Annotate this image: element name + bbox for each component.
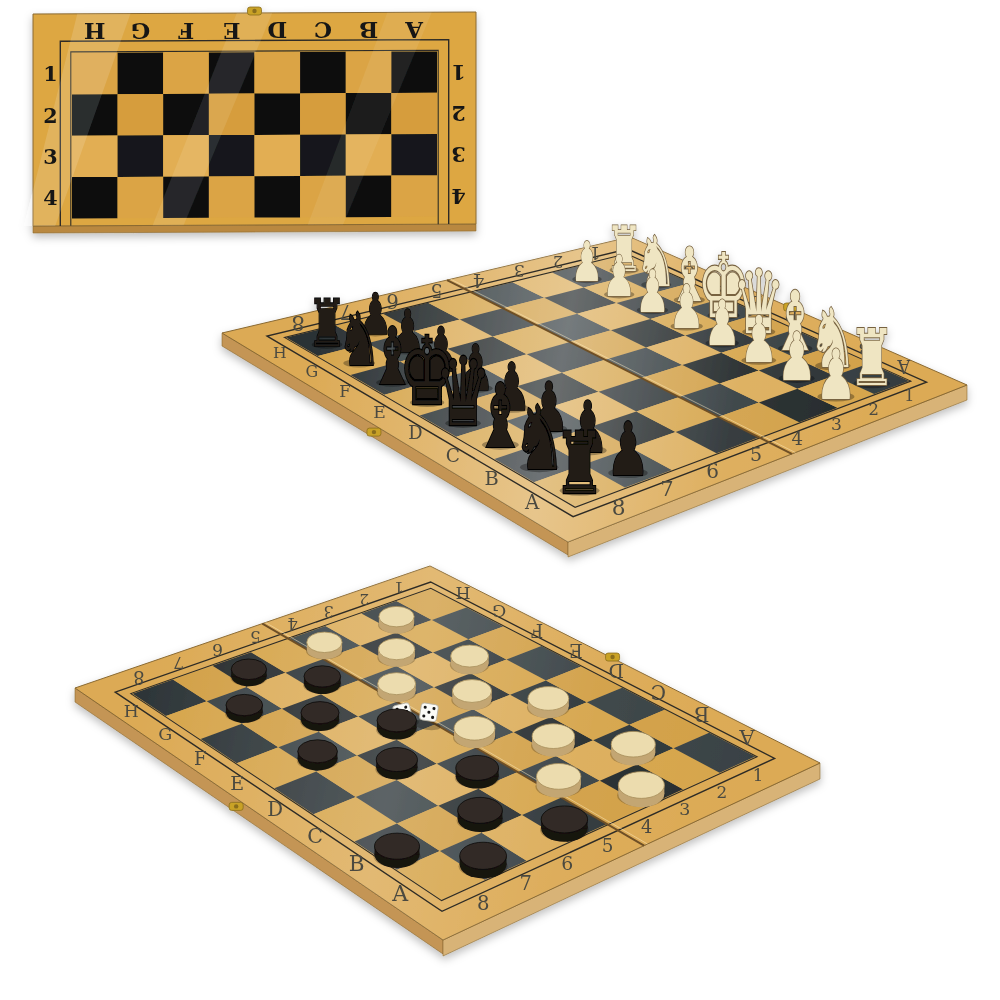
checkers-board-piece-white-checker-g3: [377, 639, 415, 667]
closed-box-label-3-left: 3: [43, 145, 57, 169]
checkers-board-label-4-left: 4: [287, 614, 297, 633]
checkers-board-label-6-left: 6: [212, 640, 223, 660]
chess-board-piece-white-pawn-f2: ♟: [635, 258, 670, 326]
chess-board-piece-white-pawn-a2: ♟: [815, 334, 857, 415]
checkers-board-label-4-right: 4: [641, 816, 652, 837]
checkers-board-piece-black-checker-e7: [297, 740, 339, 771]
checkers-board-piece-white-checker-f2: [450, 645, 490, 674]
checkers-board-label-7-right: 7: [520, 872, 532, 895]
checkers-board-piece-white-checker-h4: [306, 632, 343, 659]
closed-box-square-a4: [391, 175, 437, 217]
checkers-board-piece-black-checker-d6: [375, 748, 418, 780]
chess-board-label-A-bottom: A: [896, 356, 911, 377]
closed-box-label-1-right: 1: [451, 60, 465, 84]
checkers-board-piece-black-checker-g5: [303, 666, 341, 694]
checkers-board-label-E-bottom: E: [569, 640, 583, 661]
checkers-board-piece-black-checker-b6: [457, 797, 504, 832]
checkers-board-piece-white-checker-b4: [535, 764, 582, 798]
checkers-board-label-G-bottom: G: [492, 601, 506, 621]
chess-board-label-1-right: 1: [904, 386, 914, 405]
closed-box-label-2-right: 2: [451, 101, 465, 125]
checkers-board-label-C-top: C: [307, 824, 323, 848]
chess-board-label-C-top: C: [446, 445, 460, 466]
closed-box-square-e4: [209, 176, 255, 218]
chess-board-piece-white-pawn-g2: ♟: [602, 243, 636, 309]
chess-board: HGFEDCBAHGFEDCBA8765432187654321♜♟♞♟♝♟♚♟…: [222, 214, 967, 557]
checkers-board: HGFEDCBAHGFEDCBA8765432187654321: [75, 566, 820, 956]
checkers-board-label-8-right: 8: [477, 892, 490, 915]
checkers-board-label-2-left: 2: [359, 590, 369, 608]
checkers-board-label-F-top: F: [194, 748, 207, 769]
checkers-board-clasp-icon: [229, 802, 243, 810]
closed-box-square-d3: [255, 135, 301, 177]
closed-box-clasp-icon: [248, 7, 262, 15]
checkers-board-label-A-bottom: A: [739, 725, 756, 750]
checkers-board-piece-black-checker-a5: [540, 806, 589, 842]
closed-box-square-d4: [255, 176, 301, 218]
chess-board-label-5-right: 5: [750, 443, 762, 465]
checkers-board-label-5-right: 5: [602, 835, 614, 856]
closed-box-label-4-right: 4: [451, 184, 465, 208]
closed-box-square-g3: [118, 135, 164, 177]
checkers-board-piece-white-checker-b2: [610, 731, 656, 765]
checkers-board-label-D-top: D: [267, 798, 283, 821]
checkers-board-label-A-top: A: [391, 881, 409, 906]
chess-board-label-6-right: 6: [706, 459, 719, 483]
chess-board-label-7-right: 7: [660, 476, 673, 501]
chess-board-label-8-left: 8: [291, 311, 304, 335]
checkers-board-label-3-left: 3: [324, 602, 334, 621]
chess-board-label-E-top: E: [373, 402, 386, 422]
product-photo: HGFEDCBA12341234HGFEDCBAHGFEDCBA87654321…: [0, 0, 1000, 1000]
checkers-board-piece-white-checker-f4: [377, 673, 417, 702]
checkers-board-piece-black-checker-g7: [225, 694, 264, 722]
checkers-board-label-H-bottom: H: [456, 583, 471, 603]
closed-box-label-D-top: D: [267, 17, 287, 43]
checkers-board-piece-white-checker-c3: [531, 724, 576, 757]
chess-board-label-3-right: 3: [831, 414, 842, 434]
closed-box-square-g1: [118, 53, 164, 95]
checkers-board-label-2-right: 2: [717, 782, 728, 802]
checkers-board-label-C-bottom: C: [651, 680, 666, 704]
checkers-board-label-B-bottom: B: [694, 702, 709, 726]
checkers-board-label-E-top: E: [230, 772, 244, 794]
closed-box-square-c2: [300, 93, 346, 135]
checkers-board-label-8-left: 8: [133, 667, 144, 687]
checkers-board-piece-white-checker-h2: [378, 606, 415, 633]
closed-box-square-a2: [391, 93, 437, 135]
checkers-board-sheen: [75, 566, 820, 940]
checkers-board-label-1-left: 1: [394, 578, 404, 596]
checkers-board-label-7-left: 7: [173, 653, 184, 673]
closed-box: HGFEDCBA12341234: [24, 7, 476, 233]
checkers-board-piece-black-checker-e5: [376, 709, 418, 740]
checkers-board-label-5-left: 5: [250, 627, 261, 647]
chess-board-label-A-top: A: [524, 491, 540, 514]
chess-board-label-4-right: 4: [791, 428, 803, 449]
checkers-board-piece-black-checker-h6: [230, 659, 267, 686]
chess-board-piece-white-pawn-b2: ♟: [777, 318, 817, 396]
closed-box-label-4-left: 4: [43, 186, 57, 210]
closed-box-label-E-top: E: [223, 18, 240, 44]
closed-box-square-d2: [255, 93, 301, 134]
chess-board-piece-black-pawn-a7: ♟: [606, 407, 650, 493]
scene-canvas: HGFEDCBA12341234HGFEDCBAHGFEDCBA87654321…: [0, 0, 1000, 1000]
chess-board-label-4-left: 4: [473, 270, 484, 291]
closed-box-square-g2: [118, 94, 164, 136]
checkers-board-piece-white-checker-e3: [451, 680, 492, 710]
checkers-board-clasp-icon: [606, 653, 620, 661]
closed-box-square-h4: [72, 177, 118, 219]
checkers-board-piece-white-checker-d4: [453, 716, 496, 748]
chess-board-label-F-top: F: [339, 382, 351, 401]
chess-board-label-5-left: 5: [431, 280, 443, 301]
closed-box-label-1-left: 1: [43, 62, 57, 86]
checkers-board-piece-white-checker-a3: [617, 772, 665, 808]
closed-box-label-3-right: 3: [451, 142, 465, 166]
checkers-board-piece-black-checker-f6: [300, 702, 340, 731]
closed-box-square-c1: [300, 52, 346, 94]
chess-board-label-3-left: 3: [514, 261, 525, 281]
closed-box-label-B-top: B: [359, 17, 378, 43]
closed-box-square-g4: [118, 177, 164, 219]
checkers-board-label-D-bottom: D: [609, 659, 625, 682]
chess-board-label-H-top: H: [273, 343, 287, 362]
checkers-board-label-G-top: G: [158, 724, 172, 744]
chess-board-piece-white-pawn-d2: ♟: [703, 287, 740, 360]
chess-board-piece-white-pawn-e2: ♟: [669, 271, 705, 342]
closed-box-label-C-top: C: [314, 17, 332, 43]
closed-box-label-2-left: 2: [43, 104, 57, 128]
checkers-board-piece-white-checker-d2: [527, 687, 570, 719]
checkers-board-piece-black-checker-c5: [455, 756, 500, 789]
closed-box-label-A-top: A: [405, 17, 424, 43]
checkers-board-label-H-top: H: [124, 701, 139, 721]
closed-box-label-F-top: F: [178, 18, 194, 44]
chess-board-clasp-icon: [367, 428, 381, 436]
checkers-board-label-1-right: 1: [753, 765, 764, 785]
closed-box-square-a3: [391, 134, 437, 176]
checkers-board-piece-black-checker-a7: [459, 842, 508, 878]
closed-box-square-f1: [163, 52, 209, 94]
chess-board-label-2-left: 2: [553, 252, 563, 271]
checkers-board-label-B-top: B: [349, 851, 365, 876]
closed-box-label-H-top: H: [84, 18, 106, 44]
closed-box-label-G-top: G: [131, 18, 150, 44]
closed-box-square-d1: [255, 52, 301, 94]
checkers-board-piece-black-checker-b8: [373, 833, 420, 868]
chess-board-label-B-top: B: [484, 467, 498, 490]
chess-board-piece-white-pawn-h2: ♟: [571, 230, 604, 294]
chess-board-piece-white-pawn-c2: ♟: [739, 302, 778, 377]
chess-board-label-8-right: 8: [612, 495, 626, 520]
checkers-board-label-3-right: 3: [679, 799, 690, 819]
chess-board-label-G-top: G: [306, 362, 319, 381]
checkers-board-label-F-bottom: F: [531, 620, 544, 641]
chess-board-piece-black-rook-a8: ♜: [554, 414, 605, 513]
checkers-board-label-6-right: 6: [561, 852, 573, 874]
